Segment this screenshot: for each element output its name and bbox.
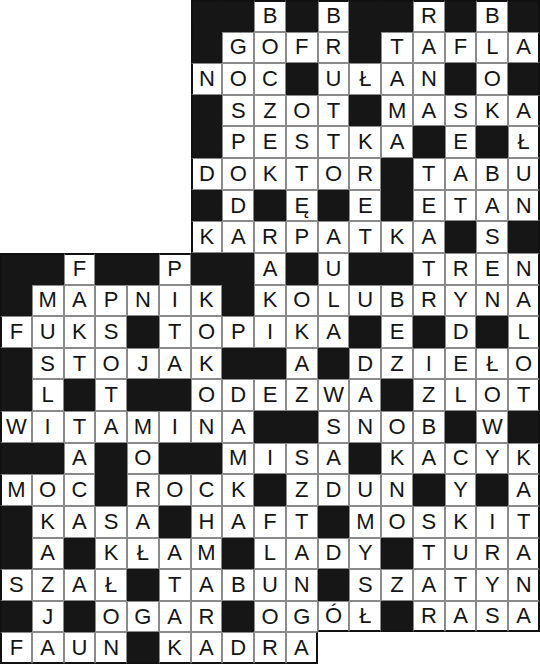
letter-cell-r11c3[interactable]: K	[64, 316, 96, 348]
letter-cell-r14c7[interactable]: N	[191, 411, 223, 443]
letter-cell-r20c4[interactable]: O	[95, 601, 127, 633]
letter-cell-r2c10[interactable]: F	[286, 32, 318, 64]
letter-cell-r11c13[interactable]: E	[381, 316, 413, 348]
letter-cell-r10c6[interactable]: I	[159, 285, 191, 317]
black-cell-r14c17	[508, 411, 540, 443]
outside-area	[127, 95, 159, 127]
letter-cell-r18c15[interactable]: U	[445, 538, 477, 570]
letter-cell-r11c1[interactable]: F	[0, 316, 32, 348]
letter-cell-r4c11[interactable]: T	[318, 95, 350, 127]
letter-cell-r14c2[interactable]: I	[32, 411, 64, 443]
letter-cell-r17c3[interactable]: A	[64, 506, 96, 538]
letter-cell-r6c8[interactable]: O	[222, 158, 254, 190]
letter-cell-r2c14[interactable]: A	[413, 32, 445, 64]
letter-cell-r8c10[interactable]: P	[286, 221, 318, 253]
outside-area	[476, 632, 508, 664]
letter-cell-r10c10[interactable]: O	[286, 285, 318, 317]
letter-cell-r19c4[interactable]: Ł	[95, 569, 127, 601]
black-cell-r14c9	[254, 411, 286, 443]
letter-cell-r19c3[interactable]: A	[64, 569, 96, 601]
black-cell-r19c11	[318, 569, 350, 601]
letter-cell-r11c4[interactable]: S	[95, 316, 127, 348]
outside-area	[95, 126, 127, 158]
letter-cell-r9c11[interactable]: U	[318, 253, 350, 285]
letter-cell-r17c13[interactable]: O	[381, 506, 413, 538]
letter-cell-r12c17[interactable]: O	[508, 348, 540, 380]
letter-cell-r16c8[interactable]: K	[222, 474, 254, 506]
letter-cell-r18c17[interactable]: A	[508, 538, 540, 570]
black-cell-r9c8	[222, 253, 254, 285]
letter-cell-r10c13[interactable]: B	[381, 285, 413, 317]
letter-cell-r16c6[interactable]: O	[159, 474, 191, 506]
letter-cell-r11c11[interactable]: A	[318, 316, 350, 348]
outside-area	[32, 0, 64, 32]
letter-cell-r14c16[interactable]: W	[476, 411, 508, 443]
outside-area	[64, 126, 96, 158]
letter-cell-r10c15[interactable]: Y	[445, 285, 477, 317]
letter-cell-r20c7[interactable]: R	[191, 601, 223, 633]
black-cell-r6c13	[381, 158, 413, 190]
letter-cell-r4c15[interactable]: S	[445, 95, 477, 127]
black-cell-r12c8	[222, 348, 254, 380]
letter-cell-r10c2[interactable]: M	[32, 285, 64, 317]
letter-cell-r19c16[interactable]: Y	[476, 569, 508, 601]
letter-cell-r15c8[interactable]: M	[222, 443, 254, 475]
black-cell-r5c14	[413, 126, 445, 158]
letter-cell-r13c7[interactable]: O	[191, 379, 223, 411]
letter-cell-r5c9[interactable]: E	[254, 126, 286, 158]
letter-cell-r14c5[interactable]: M	[127, 411, 159, 443]
letter-cell-r16c7[interactable]: C	[191, 474, 223, 506]
letter-cell-r5c17[interactable]: Ł	[508, 126, 540, 158]
letter-cell-r16c1[interactable]: M	[0, 474, 32, 506]
black-cell-r20c3	[64, 601, 96, 633]
letter-cell-r2c11[interactable]: R	[318, 32, 350, 64]
black-cell-r16c9	[254, 474, 286, 506]
letter-cell-r19c2[interactable]: Z	[32, 569, 64, 601]
letter-cell-r18c16[interactable]: R	[476, 538, 508, 570]
outside-area	[0, 190, 32, 222]
letter-cell-r8c9[interactable]: R	[254, 221, 286, 253]
outside-area	[159, 126, 191, 158]
letter-cell-r20c16[interactable]: S	[476, 601, 508, 633]
letter-cell-r21c9[interactable]: R	[254, 632, 286, 664]
letter-cell-r10c9[interactable]: K	[254, 285, 286, 317]
black-cell-r2c7	[191, 32, 223, 64]
letter-cell-r2c8[interactable]: G	[222, 32, 254, 64]
letter-cell-r11c6[interactable]: T	[159, 316, 191, 348]
letter-cell-r6c17[interactable]: U	[508, 158, 540, 190]
letter-cell-r12c10[interactable]: A	[286, 348, 318, 380]
outside-area	[32, 32, 64, 64]
outside-area	[0, 32, 32, 64]
letter-cell-r14c8[interactable]: A	[222, 411, 254, 443]
letter-cell-r10c11[interactable]: L	[318, 285, 350, 317]
black-cell-r9c10	[286, 253, 318, 285]
letter-cell-r19c8[interactable]: B	[222, 569, 254, 601]
letter-cell-r6c12[interactable]: R	[349, 158, 381, 190]
black-cell-r8c17	[508, 221, 540, 253]
black-cell-r11c16	[476, 316, 508, 348]
letter-cell-r21c10[interactable]: A	[286, 632, 318, 664]
black-cell-r7c13	[381, 190, 413, 222]
letter-cell-r17c2[interactable]: K	[32, 506, 64, 538]
letter-cell-r10c14[interactable]: R	[413, 285, 445, 317]
letter-cell-r1c16[interactable]: B	[476, 0, 508, 32]
letter-cell-r20c11[interactable]: Ó	[318, 601, 350, 633]
letter-cell-r19c1[interactable]: S	[0, 569, 32, 601]
letter-cell-r2c15[interactable]: F	[445, 32, 477, 64]
letter-cell-r3c14[interactable]: N	[413, 63, 445, 95]
black-cell-r9c2	[32, 253, 64, 285]
letter-cell-r8c8[interactable]: A	[222, 221, 254, 253]
letter-cell-r10c12[interactable]: U	[349, 285, 381, 317]
letter-cell-r9c9[interactable]: A	[254, 253, 286, 285]
letter-cell-r20c9[interactable]: O	[254, 601, 286, 633]
letter-cell-r13c10[interactable]: Z	[286, 379, 318, 411]
letter-cell-r13c16[interactable]: O	[476, 379, 508, 411]
letter-cell-r13c2[interactable]: L	[32, 379, 64, 411]
black-cell-r13c1	[0, 379, 32, 411]
letter-cell-r13c11[interactable]: W	[318, 379, 350, 411]
letter-cell-r17c4[interactable]: S	[95, 506, 127, 538]
letter-cell-r19c14[interactable]: A	[413, 569, 445, 601]
letter-cell-r21c3[interactable]: U	[64, 632, 96, 664]
letter-cell-r20c10[interactable]: G	[286, 601, 318, 633]
letter-cell-r16c5[interactable]: R	[127, 474, 159, 506]
black-cell-r19c5	[127, 569, 159, 601]
letter-cell-r7c15[interactable]: T	[445, 190, 477, 222]
letter-cell-r20c12[interactable]: Ł	[349, 601, 381, 633]
letter-cell-r19c12[interactable]: S	[349, 569, 381, 601]
letter-cell-r18c5[interactable]: Ł	[127, 538, 159, 570]
letter-cell-r21c6[interactable]: K	[159, 632, 191, 664]
letter-cell-r6c10[interactable]: T	[286, 158, 318, 190]
letter-cell-r16c15[interactable]: Y	[445, 474, 477, 506]
letter-cell-r18c6[interactable]: A	[159, 538, 191, 570]
letter-cell-r4c14[interactable]: A	[413, 95, 445, 127]
letter-cell-r1c9[interactable]: B	[254, 0, 286, 32]
letter-cell-r2c16[interactable]: L	[476, 32, 508, 64]
letter-cell-r15c13[interactable]: K	[381, 443, 413, 475]
black-cell-r20c8	[222, 601, 254, 633]
black-cell-r21c5	[127, 632, 159, 664]
outside-area	[0, 158, 32, 190]
letter-cell-r12c2[interactable]: S	[32, 348, 64, 380]
letter-cell-r10c3[interactable]: A	[64, 285, 96, 317]
letter-cell-r13c12[interactable]: A	[349, 379, 381, 411]
black-cell-r9c12	[349, 253, 381, 285]
letter-cell-r7c16[interactable]: A	[476, 190, 508, 222]
letter-cell-r16c2[interactable]: O	[32, 474, 64, 506]
letter-cell-r3c7[interactable]: N	[191, 63, 223, 95]
letter-cell-r11c8[interactable]: P	[222, 316, 254, 348]
black-cell-r3c10	[286, 63, 318, 95]
letter-cell-r6c16[interactable]: B	[476, 158, 508, 190]
outside-area	[64, 158, 96, 190]
letter-cell-r12c7[interactable]: K	[191, 348, 223, 380]
letter-cell-r16c13[interactable]: N	[381, 474, 413, 506]
letter-cell-r13c14[interactable]: Z	[413, 379, 445, 411]
letter-cell-r17c10[interactable]: T	[286, 506, 318, 538]
letter-cell-r5c10[interactable]: S	[286, 126, 318, 158]
letter-cell-r16c3[interactable]: C	[64, 474, 96, 506]
black-cell-r16c16	[476, 474, 508, 506]
letter-cell-r19c7[interactable]: A	[191, 569, 223, 601]
letter-cell-r14c13[interactable]: O	[381, 411, 413, 443]
outside-area	[508, 632, 540, 664]
black-cell-r13c5	[127, 379, 159, 411]
letter-cell-r10c7[interactable]: K	[191, 285, 223, 317]
letter-cell-r7c8[interactable]: D	[222, 190, 254, 222]
letter-cell-r17c7[interactable]: H	[191, 506, 223, 538]
letter-cell-r21c7[interactable]: A	[191, 632, 223, 664]
letter-cell-r11c10[interactable]: K	[286, 316, 318, 348]
letter-cell-r20c6[interactable]: A	[159, 601, 191, 633]
letter-cell-r2c9[interactable]: O	[254, 32, 286, 64]
black-cell-r9c7	[191, 253, 223, 285]
black-cell-r7c9	[254, 190, 286, 222]
black-cell-r16c4	[95, 474, 127, 506]
letter-cell-r11c7[interactable]: O	[191, 316, 223, 348]
outside-area	[64, 190, 96, 222]
letter-cell-r4c9[interactable]: Z	[254, 95, 286, 127]
letter-cell-r13c4[interactable]: T	[95, 379, 127, 411]
letter-cell-r14c6[interactable]: I	[159, 411, 191, 443]
letter-cell-r16c12[interactable]: U	[349, 474, 381, 506]
outside-area	[127, 0, 159, 32]
letter-cell-r1c14[interactable]: R	[413, 0, 445, 32]
letter-cell-r3c13[interactable]: A	[381, 63, 413, 95]
letter-cell-r14c4[interactable]: A	[95, 411, 127, 443]
letter-cell-r12c6[interactable]: A	[159, 348, 191, 380]
letter-cell-r15c10[interactable]: S	[286, 443, 318, 475]
letter-cell-r15c14[interactable]: A	[413, 443, 445, 475]
letter-cell-r12c15[interactable]: E	[445, 348, 477, 380]
letter-cell-r10c16[interactable]: N	[476, 285, 508, 317]
outside-area	[95, 95, 127, 127]
letter-cell-r12c3[interactable]: T	[64, 348, 96, 380]
outside-area	[127, 126, 159, 158]
letter-cell-r9c3[interactable]: F	[64, 253, 96, 285]
letter-cell-r15c9[interactable]: I	[254, 443, 286, 475]
black-cell-r15c12	[349, 443, 381, 475]
letter-cell-r2c13[interactable]: T	[381, 32, 413, 64]
letter-cell-r21c2[interactable]: A	[32, 632, 64, 664]
letter-cell-r5c12[interactable]: K	[349, 126, 381, 158]
outside-area	[413, 632, 445, 664]
letter-cell-r13c15[interactable]: L	[445, 379, 477, 411]
black-cell-r12c9	[254, 348, 286, 380]
letter-cell-r8c13[interactable]: K	[381, 221, 413, 253]
black-cell-r1c7	[191, 0, 223, 32]
letter-cell-r12c13[interactable]: Z	[381, 348, 413, 380]
letter-cell-r4c17[interactable]: A	[508, 95, 540, 127]
black-cell-r15c2	[32, 443, 64, 475]
letter-cell-r9c14[interactable]: T	[413, 253, 445, 285]
letter-cell-r5c13[interactable]: A	[381, 126, 413, 158]
letter-cell-r7c10[interactable]: Ę	[286, 190, 318, 222]
letter-cell-r18c12[interactable]: Y	[349, 538, 381, 570]
outside-area	[64, 32, 96, 64]
letter-cell-r3c8[interactable]: O	[222, 63, 254, 95]
letter-cell-r17c9[interactable]: F	[254, 506, 286, 538]
letter-cell-r8c7[interactable]: K	[191, 221, 223, 253]
letter-cell-r17c15[interactable]: K	[445, 506, 477, 538]
letter-cell-r13c17[interactable]: T	[508, 379, 540, 411]
letter-cell-r13c9[interactable]: E	[254, 379, 286, 411]
letter-cell-r16c11[interactable]: D	[318, 474, 350, 506]
letter-cell-r18c11[interactable]: D	[318, 538, 350, 570]
letter-cell-r16c17[interactable]: A	[508, 474, 540, 506]
letter-cell-r16c10[interactable]: Z	[286, 474, 318, 506]
letter-cell-r21c8[interactable]: D	[222, 632, 254, 664]
letter-cell-r17c14[interactable]: S	[413, 506, 445, 538]
outside-area	[95, 32, 127, 64]
letter-cell-r17c5[interactable]: A	[127, 506, 159, 538]
letter-cell-r19c13[interactable]: Z	[381, 569, 413, 601]
outside-area	[32, 126, 64, 158]
outside-area	[0, 95, 32, 127]
letter-cell-r8c16[interactable]: S	[476, 221, 508, 253]
letter-cell-r1c11[interactable]: B	[318, 0, 350, 32]
letter-cell-r14c12[interactable]: N	[349, 411, 381, 443]
black-cell-r11c5	[127, 316, 159, 348]
letter-cell-r2c17[interactable]: A	[508, 32, 540, 64]
letter-cell-r12c5[interactable]: J	[127, 348, 159, 380]
letter-cell-r3c12[interactable]: Ł	[349, 63, 381, 95]
letter-cell-r18c9[interactable]: L	[254, 538, 286, 570]
letter-cell-r11c2[interactable]: U	[32, 316, 64, 348]
letter-cell-r10c4[interactable]: P	[95, 285, 127, 317]
letter-cell-r4c16[interactable]: K	[476, 95, 508, 127]
letter-cell-r6c9[interactable]: K	[254, 158, 286, 190]
letter-cell-r6c7[interactable]: D	[191, 158, 223, 190]
outside-area	[64, 95, 96, 127]
letter-cell-r9c6[interactable]: P	[159, 253, 191, 285]
letter-cell-r12c16[interactable]: Ł	[476, 348, 508, 380]
black-cell-r17c11	[318, 506, 350, 538]
black-cell-r4c7	[191, 95, 223, 127]
letter-cell-r6c14[interactable]: T	[413, 158, 445, 190]
letter-cell-r3c9[interactable]: C	[254, 63, 286, 95]
outside-area	[381, 632, 413, 664]
letter-cell-r18c14[interactable]: T	[413, 538, 445, 570]
letter-cell-r18c7[interactable]: M	[191, 538, 223, 570]
outside-area	[0, 63, 32, 95]
letter-cell-r19c9[interactable]: U	[254, 569, 286, 601]
black-cell-r15c7	[191, 443, 223, 475]
letter-cell-r20c14[interactable]: R	[413, 601, 445, 633]
letter-cell-r17c16[interactable]: I	[476, 506, 508, 538]
letter-cell-r19c6[interactable]: T	[159, 569, 191, 601]
letter-cell-r19c10[interactable]: N	[286, 569, 318, 601]
outside-area	[32, 221, 64, 253]
outside-area	[127, 158, 159, 190]
letter-cell-r7c14[interactable]: E	[413, 190, 445, 222]
outside-area	[159, 0, 191, 32]
letter-cell-r21c4[interactable]: N	[95, 632, 127, 664]
letter-cell-r17c17[interactable]: T	[508, 506, 540, 538]
letter-cell-r12c12[interactable]: D	[349, 348, 381, 380]
letter-cell-r4c13[interactable]: M	[381, 95, 413, 127]
letter-cell-r15c11[interactable]: A	[318, 443, 350, 475]
letter-cell-r4c10[interactable]: O	[286, 95, 318, 127]
letter-cell-r15c15[interactable]: C	[445, 443, 477, 475]
black-cell-r5c16	[476, 126, 508, 158]
letter-cell-r5c11[interactable]: T	[318, 126, 350, 158]
letter-cell-r13c8[interactable]: D	[222, 379, 254, 411]
letter-cell-r17c12[interactable]: M	[349, 506, 381, 538]
letter-cell-r8c11[interactable]: A	[318, 221, 350, 253]
letter-cell-r14c11[interactable]: S	[318, 411, 350, 443]
black-cell-r1c12	[349, 0, 381, 32]
letter-cell-r7c12[interactable]: E	[349, 190, 381, 222]
letter-cell-r6c15[interactable]: A	[445, 158, 477, 190]
letter-cell-r5c15[interactable]: E	[445, 126, 477, 158]
black-cell-r1c13	[381, 0, 413, 32]
black-cell-r3c17	[508, 63, 540, 95]
letter-cell-r11c15[interactable]: D	[445, 316, 477, 348]
letter-cell-r8c14[interactable]: A	[413, 221, 445, 253]
letter-cell-r17c8[interactable]: A	[222, 506, 254, 538]
letter-cell-r11c17[interactable]: L	[508, 316, 540, 348]
outside-area	[127, 190, 159, 222]
letter-cell-r8c12[interactable]: T	[349, 221, 381, 253]
letter-cell-r15c3[interactable]: A	[64, 443, 96, 475]
letter-cell-r14c1[interactable]: W	[0, 411, 32, 443]
letter-cell-r9c17[interactable]: N	[508, 253, 540, 285]
letter-cell-r20c15[interactable]: A	[445, 601, 477, 633]
letter-cell-r14c3[interactable]: T	[64, 411, 96, 443]
letter-cell-r19c17[interactable]: N	[508, 569, 540, 601]
letter-cell-r11c9[interactable]: I	[254, 316, 286, 348]
letter-cell-r5c8[interactable]: P	[222, 126, 254, 158]
letter-cell-r19c15[interactable]: T	[445, 569, 477, 601]
letter-cell-r18c4[interactable]: K	[95, 538, 127, 570]
letter-cell-r14c14[interactable]: B	[413, 411, 445, 443]
letter-cell-r20c5[interactable]: G	[127, 601, 159, 633]
outside-area	[32, 63, 64, 95]
letter-cell-r9c16[interactable]: E	[476, 253, 508, 285]
outside-area	[159, 32, 191, 64]
letter-cell-r18c2[interactable]: A	[32, 538, 64, 570]
letter-cell-r15c5[interactable]: O	[127, 443, 159, 475]
letter-cell-r12c14[interactable]: I	[413, 348, 445, 380]
letter-cell-r7c17[interactable]: N	[508, 190, 540, 222]
letter-cell-r4c8[interactable]: S	[222, 95, 254, 127]
letter-cell-r20c17[interactable]: A	[508, 601, 540, 633]
letter-cell-r12c4[interactable]: O	[95, 348, 127, 380]
letter-cell-r15c16[interactable]: Y	[476, 443, 508, 475]
outside-area	[0, 0, 32, 32]
letter-cell-r15c17[interactable]: K	[508, 443, 540, 475]
letter-cell-r20c2[interactable]: J	[32, 601, 64, 633]
letter-cell-r21c1[interactable]: F	[0, 632, 32, 664]
letter-cell-r3c16[interactable]: O	[476, 63, 508, 95]
outside-area	[64, 221, 96, 253]
outside-area	[95, 0, 127, 32]
letter-cell-r18c10[interactable]: A	[286, 538, 318, 570]
letter-cell-r9c15[interactable]: R	[445, 253, 477, 285]
letter-cell-r3c11[interactable]: U	[318, 63, 350, 95]
letter-cell-r10c5[interactable]: N	[127, 285, 159, 317]
black-cell-r1c8	[222, 0, 254, 32]
outside-area	[64, 0, 96, 32]
outside-area	[0, 126, 32, 158]
letter-cell-r10c17[interactable]: A	[508, 285, 540, 317]
letter-cell-r6c11[interactable]: O	[318, 158, 350, 190]
